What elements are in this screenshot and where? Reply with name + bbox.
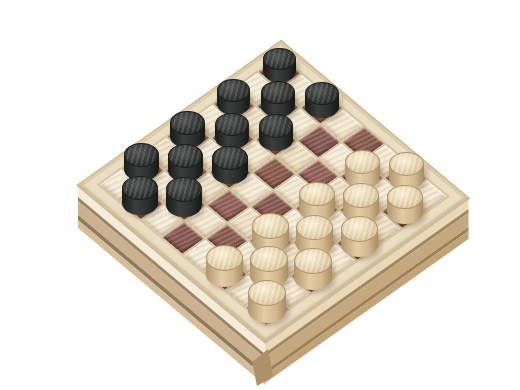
dark-checker-peg[interactable] [217, 79, 251, 115]
light-checker-peg[interactable] [294, 248, 332, 290]
light-checker-peg[interactable] [341, 216, 378, 257]
peg-top [259, 114, 294, 138]
peg-top [389, 152, 424, 176]
dark-checker-peg[interactable] [166, 177, 202, 216]
peg-top [122, 176, 158, 201]
light-checker-peg[interactable] [206, 245, 244, 287]
peg-top [215, 113, 250, 137]
peg-top [252, 213, 289, 238]
peg-top [341, 216, 378, 241]
checkers-box-photo [0, 0, 520, 390]
peg-top [296, 215, 333, 240]
light-checker-peg[interactable] [387, 185, 423, 224]
dark-checker-peg[interactable] [122, 176, 158, 215]
dark-checker-peg[interactable] [212, 146, 247, 184]
dark-checker-peg[interactable] [170, 111, 205, 148]
peg-top [248, 280, 287, 306]
peg-top [166, 177, 202, 202]
dark-checker-peg[interactable] [261, 81, 295, 117]
peg-top [261, 81, 295, 104]
peg-top [170, 111, 205, 135]
peg-top [299, 182, 335, 207]
peg-top [124, 143, 159, 167]
peg-top [294, 248, 332, 274]
dark-checker-peg[interactable] [215, 113, 250, 150]
peg-top [212, 146, 247, 170]
dark-checker-peg[interactable] [263, 48, 296, 82]
peg-top [343, 183, 379, 208]
dark-checker-peg[interactable] [305, 82, 339, 118]
light-checker-peg[interactable] [248, 280, 287, 323]
dark-checker-peg[interactable] [259, 114, 294, 151]
peg-top [206, 245, 244, 271]
peg-top [250, 246, 288, 272]
